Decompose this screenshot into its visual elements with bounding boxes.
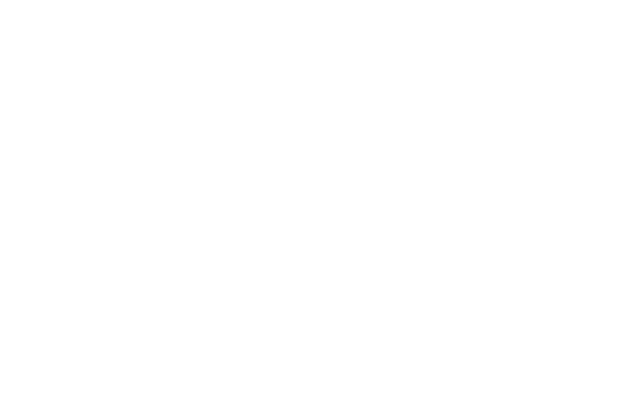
chess-box-scene xyxy=(0,0,620,411)
chess-set-photo xyxy=(0,0,620,411)
